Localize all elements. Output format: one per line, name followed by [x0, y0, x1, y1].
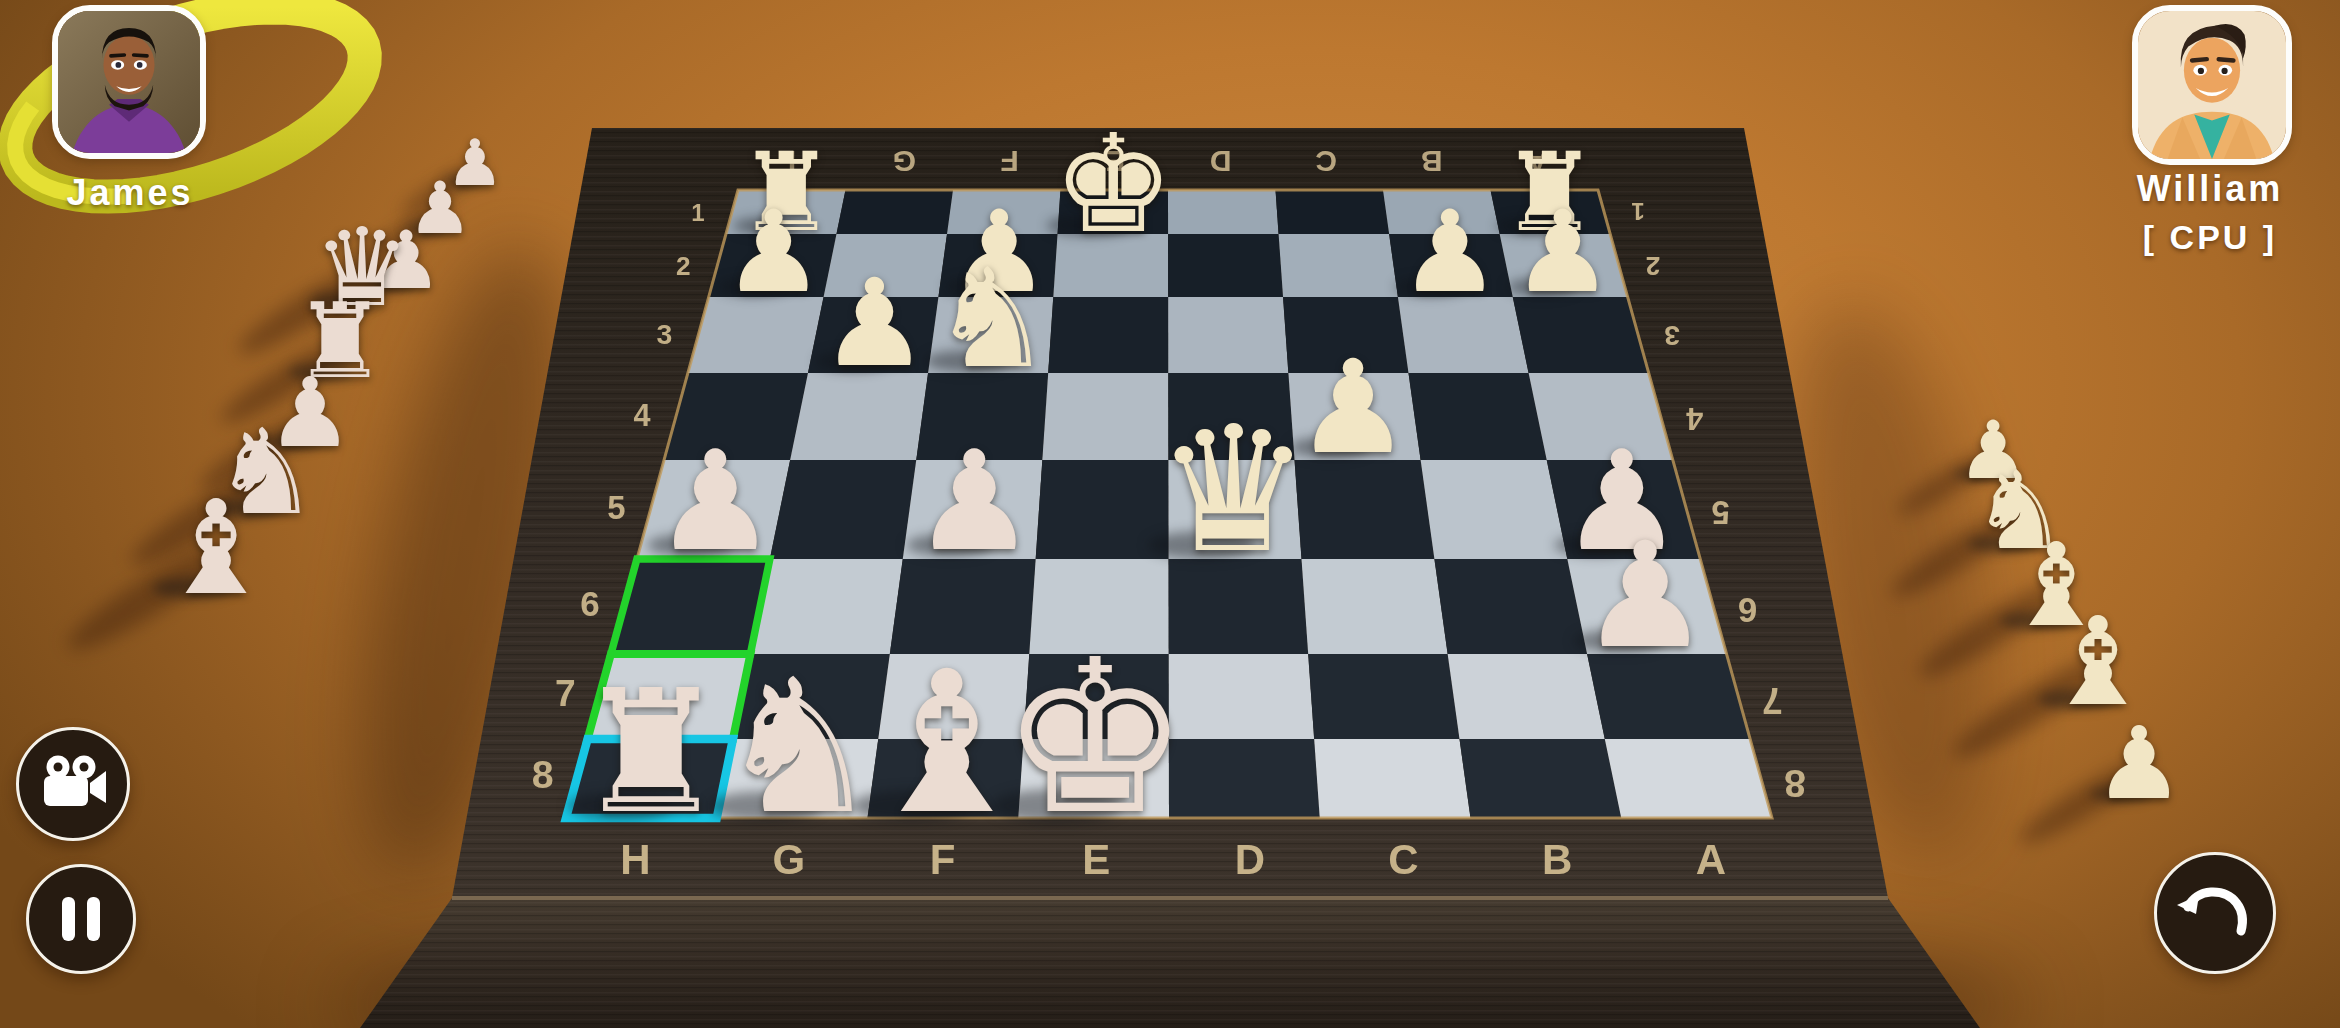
coord-bottom-D: D	[1235, 836, 1265, 883]
coord-left-4: 4	[633, 398, 650, 432]
square-b5[interactable]	[1421, 460, 1568, 559]
piece-black-knight-g8[interactable]: ♞	[716, 655, 882, 840]
coord-right-7: 7	[1762, 680, 1783, 722]
coord-right-6: 6	[1738, 591, 1757, 630]
board-front-grain	[360, 898, 1980, 1028]
square-d8[interactable]	[1169, 739, 1320, 818]
undo-button[interactable]	[2154, 852, 2276, 974]
coord-top-G: G	[893, 145, 916, 178]
coord-bottom-C: C	[1388, 836, 1418, 883]
captured-black-bishop-7: ♝	[158, 483, 275, 613]
square-d2[interactable]	[1168, 234, 1283, 297]
piece-black-pawn-a6[interactable]: ♟	[1580, 522, 1711, 668]
piece-white-king-e1[interactable]: ♚	[1053, 115, 1175, 251]
piece-white-pawn-b2[interactable]: ♟	[1399, 196, 1500, 309]
square-c6[interactable]	[1302, 559, 1448, 654]
square-b8[interactable]	[1459, 739, 1621, 818]
square-e5[interactable]	[1036, 460, 1169, 559]
coord-left-7: 7	[555, 672, 576, 714]
square-d1[interactable]	[1168, 190, 1279, 234]
coord-bottom-A: A	[1696, 836, 1726, 883]
coord-right-2: 2	[1646, 251, 1661, 281]
coord-right-4: 4	[1686, 402, 1703, 436]
square-d7[interactable]	[1169, 654, 1314, 739]
coord-top-C: C	[1315, 145, 1337, 178]
coord-left-5: 5	[607, 489, 625, 526]
piece-black-pawn-h5[interactable]: ♟	[653, 433, 777, 571]
captured-white-pawn-4: ♟	[2094, 714, 2184, 814]
avatar-william	[2132, 5, 2292, 165]
player-black-name: William	[2100, 168, 2320, 210]
piece-black-bishop-f8[interactable]: ♝	[859, 645, 1035, 841]
coord-right-1: 1	[1631, 198, 1644, 225]
square-b4[interactable]	[1408, 373, 1546, 460]
pause-button[interactable]	[26, 864, 136, 974]
coord-bottom-B: B	[1542, 836, 1572, 883]
piece-white-pawn-c4[interactable]: ♟	[1295, 343, 1411, 472]
square-c7[interactable]	[1308, 654, 1459, 739]
avatar-james-art	[58, 11, 200, 153]
coord-right-3: 3	[1664, 320, 1680, 352]
piece-white-knight-f3[interactable]: ♞	[931, 250, 1054, 387]
square-g5[interactable]	[770, 460, 916, 559]
camera-icon	[33, 744, 113, 824]
coord-left-1: 1	[691, 199, 704, 226]
piece-black-pawn-f5[interactable]: ♟	[912, 433, 1036, 571]
piece-white-queen-d5[interactable]: ♛	[1155, 403, 1311, 577]
coord-left-8: 8	[532, 752, 554, 796]
square-c8[interactable]	[1314, 739, 1470, 818]
square-d3[interactable]	[1168, 297, 1288, 373]
square-a8[interactable]	[1605, 739, 1772, 818]
player-black-cpu-tag: [ CPU ]	[2100, 218, 2320, 257]
coord-right-8: 8	[1784, 762, 1806, 806]
coord-left-6: 6	[580, 584, 599, 623]
square-c1[interactable]	[1276, 190, 1390, 234]
avatar-james	[52, 5, 206, 159]
coord-right-5: 5	[1711, 494, 1729, 531]
square-c2[interactable]	[1279, 234, 1398, 297]
piece-white-pawn-a2[interactable]: ♟	[1512, 196, 1613, 309]
coord-top-B: B	[1421, 145, 1443, 178]
coord-left-3: 3	[656, 318, 672, 350]
square-e3[interactable]	[1048, 297, 1168, 373]
player-white-name: James	[30, 172, 230, 214]
pause-icon	[46, 884, 116, 954]
coord-left-2: 2	[676, 251, 691, 281]
camera-button[interactable]	[16, 727, 130, 841]
game-screen: { "game": "chess", "app_context": "3D ch…	[0, 0, 2340, 1028]
avatar-william-art	[2138, 11, 2286, 159]
undo-icon	[2173, 871, 2257, 955]
piece-white-pawn-g3[interactable]: ♟	[820, 264, 928, 385]
piece-white-pawn-h2[interactable]: ♟	[723, 196, 824, 309]
coord-top-D: D	[1210, 145, 1232, 178]
coord-top-F: F	[1001, 145, 1019, 178]
square-e4[interactable]	[1042, 373, 1168, 460]
square-g1[interactable]	[836, 190, 953, 234]
piece-black-rook-h8[interactable]: ♜	[575, 667, 727, 837]
